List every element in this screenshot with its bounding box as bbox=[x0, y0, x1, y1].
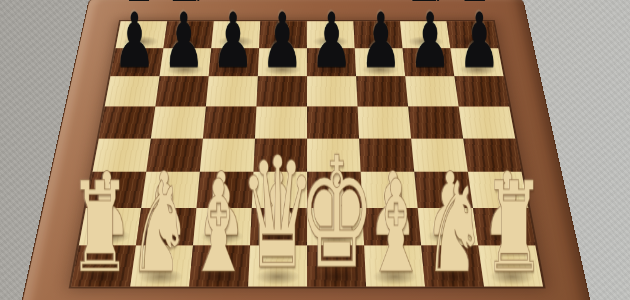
piece-white-pawn: ♟ bbox=[197, 161, 246, 249]
square-b8: ♞ bbox=[163, 21, 213, 48]
square-e6 bbox=[307, 76, 358, 106]
square-e2: ♟ bbox=[307, 207, 364, 245]
square-f7: ♟ bbox=[355, 48, 406, 76]
square-a7: ♟ bbox=[110, 48, 163, 76]
piece-black-knight: ♞ bbox=[402, 0, 452, 50]
piece-black-bishop: ♝ bbox=[353, 0, 404, 50]
square-a3 bbox=[86, 171, 146, 207]
square-e1: ♚ bbox=[307, 245, 366, 286]
square-a8: ♜ bbox=[116, 21, 168, 48]
square-d6 bbox=[256, 76, 307, 106]
square-g5 bbox=[408, 106, 463, 138]
square-g4 bbox=[411, 138, 468, 172]
square-d1: ♛ bbox=[248, 245, 307, 286]
square-b7: ♟ bbox=[160, 48, 212, 76]
square-b1: ♞ bbox=[130, 245, 193, 286]
square-c2: ♟ bbox=[193, 207, 252, 245]
piece-black-king: ♚ bbox=[300, 0, 361, 50]
square-g8: ♞ bbox=[400, 21, 450, 48]
square-h3 bbox=[468, 171, 528, 207]
square-h6 bbox=[454, 76, 509, 106]
piece-white-pawn: ♟ bbox=[483, 161, 532, 249]
square-d7: ♟ bbox=[258, 48, 307, 76]
square-g1: ♞ bbox=[421, 245, 484, 286]
square-c6 bbox=[206, 76, 258, 106]
square-c5 bbox=[203, 106, 256, 138]
piece-black-knight: ♞ bbox=[162, 0, 212, 50]
square-g3 bbox=[414, 171, 473, 207]
square-a5 bbox=[99, 106, 155, 138]
square-c7: ♟ bbox=[209, 48, 259, 76]
square-c1: ♝ bbox=[189, 245, 250, 286]
piece-white-pawn: ♟ bbox=[368, 161, 417, 249]
square-c8: ♝ bbox=[211, 21, 260, 48]
square-a6 bbox=[105, 76, 160, 106]
piece-black-rook: ♜ bbox=[450, 0, 500, 50]
square-c3 bbox=[196, 171, 253, 207]
square-b4 bbox=[146, 138, 203, 172]
piece-white-pawn: ♟ bbox=[254, 161, 303, 249]
square-b3 bbox=[141, 171, 200, 207]
square-a4 bbox=[93, 138, 151, 172]
piece-white-pawn: ♟ bbox=[311, 161, 360, 249]
square-g2: ♟ bbox=[418, 207, 479, 245]
square-e7: ♟ bbox=[307, 48, 356, 76]
square-d5 bbox=[255, 106, 307, 138]
square-d8: ♛ bbox=[259, 21, 307, 48]
square-g7: ♟ bbox=[403, 48, 455, 76]
square-f3 bbox=[361, 171, 418, 207]
square-c4 bbox=[200, 138, 255, 172]
square-a2: ♟ bbox=[79, 207, 141, 245]
square-f5 bbox=[358, 106, 412, 138]
square-h4 bbox=[463, 138, 521, 172]
square-h7: ♟ bbox=[450, 48, 503, 76]
square-f4 bbox=[359, 138, 414, 172]
square-h5 bbox=[459, 106, 516, 138]
square-f2: ♟ bbox=[362, 207, 421, 245]
square-d4 bbox=[253, 138, 307, 172]
square-b5 bbox=[151, 106, 206, 138]
square-b2: ♟ bbox=[136, 207, 197, 245]
piece-white-bishop: ♝ bbox=[187, 163, 250, 290]
piece-black-rook: ♜ bbox=[114, 0, 164, 50]
piece-white-bishop: ♝ bbox=[364, 163, 427, 290]
square-e8: ♚ bbox=[307, 21, 355, 48]
square-d3 bbox=[252, 171, 307, 207]
square-e4 bbox=[307, 138, 361, 172]
square-e3 bbox=[307, 171, 362, 207]
piece-black-queen: ♛ bbox=[252, 0, 313, 50]
square-h8: ♜ bbox=[447, 21, 499, 48]
piece-black-bishop: ♝ bbox=[210, 0, 261, 50]
board-frame: ♜♞♝♛♚♝♞♜♟♟♟♟♟♟♟♟♟♟♟♟♟♟♟♟♜♞♝♛♚♝♞♜ bbox=[16, 0, 596, 300]
square-f8: ♝ bbox=[353, 21, 402, 48]
square-f6 bbox=[356, 76, 408, 106]
square-h2: ♟ bbox=[473, 207, 535, 245]
piece-white-pawn: ♟ bbox=[426, 161, 475, 249]
piece-white-pawn: ♟ bbox=[140, 161, 189, 249]
chess-board: ♜♞♝♛♚♝♞♜♟♟♟♟♟♟♟♟♟♟♟♟♟♟♟♟♜♞♝♛♚♝♞♜ bbox=[71, 21, 543, 286]
square-h1: ♜ bbox=[478, 245, 543, 286]
square-f1: ♝ bbox=[364, 245, 425, 286]
square-d2: ♟ bbox=[250, 207, 307, 245]
square-b6 bbox=[155, 76, 208, 106]
square-e5 bbox=[307, 106, 359, 138]
chess-board-photo: ♜♞♝♛♚♝♞♜♟♟♟♟♟♟♟♟♟♟♟♟♟♟♟♟♜♞♝♛♚♝♞♜ bbox=[0, 0, 630, 300]
square-g6 bbox=[405, 76, 458, 106]
square-a1: ♜ bbox=[71, 245, 136, 286]
piece-white-pawn: ♟ bbox=[82, 161, 131, 249]
